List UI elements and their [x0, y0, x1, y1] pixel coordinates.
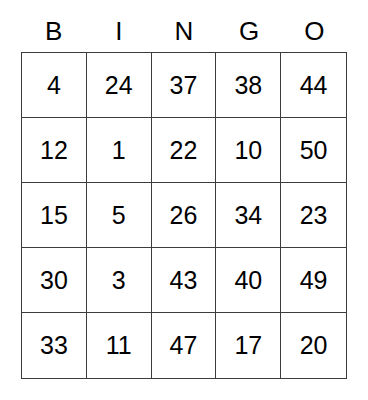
column-letter-B: B	[21, 10, 86, 52]
bingo-cell-r3c1[interactable]: 15	[22, 183, 87, 248]
bingo-board: 4243738441212210501552634233034340493311…	[21, 52, 347, 379]
bingo-cell-r2c1[interactable]: 12	[22, 118, 87, 183]
bingo-cell-r5c2[interactable]: 11	[87, 313, 152, 378]
bingo-cell-r4c4[interactable]: 40	[216, 248, 281, 313]
bingo-cell-r4c5[interactable]: 49	[281, 248, 346, 313]
bingo-cell-r3c3[interactable]: 26	[152, 183, 217, 248]
bingo-cell-r4c3[interactable]: 43	[152, 248, 217, 313]
bingo-cell-r1c5[interactable]: 44	[281, 53, 346, 118]
bingo-cell-r5c5[interactable]: 20	[281, 313, 346, 378]
bingo-cell-r1c4[interactable]: 38	[216, 53, 281, 118]
bingo-cell-r4c2[interactable]: 3	[87, 248, 152, 313]
bingo-cell-r1c3[interactable]: 37	[152, 53, 217, 118]
bingo-cell-r2c3[interactable]: 22	[152, 118, 217, 183]
bingo-cell-r2c5[interactable]: 50	[281, 118, 346, 183]
bingo-cell-r1c2[interactable]: 24	[87, 53, 152, 118]
bingo-cell-r2c2[interactable]: 1	[87, 118, 152, 183]
bingo-header-row: BINGO	[21, 10, 347, 52]
bingo-cell-r3c4[interactable]: 34	[216, 183, 281, 248]
bingo-cell-r4c1[interactable]: 30	[22, 248, 87, 313]
bingo-cell-r5c3[interactable]: 47	[152, 313, 217, 378]
bingo-cell-r1c1[interactable]: 4	[22, 53, 87, 118]
bingo-card: BINGO 4243738441212210501552634233034340…	[21, 10, 347, 379]
column-letter-O: O	[282, 10, 347, 52]
column-letter-N: N	[151, 10, 216, 52]
bingo-cell-r2c4[interactable]: 10	[216, 118, 281, 183]
bingo-cell-r5c4[interactable]: 17	[216, 313, 281, 378]
bingo-cell-r5c1[interactable]: 33	[22, 313, 87, 378]
bingo-cell-r3c2[interactable]: 5	[87, 183, 152, 248]
bingo-cell-r3c5[interactable]: 23	[281, 183, 346, 248]
column-letter-I: I	[86, 10, 151, 52]
column-letter-G: G	[217, 10, 282, 52]
